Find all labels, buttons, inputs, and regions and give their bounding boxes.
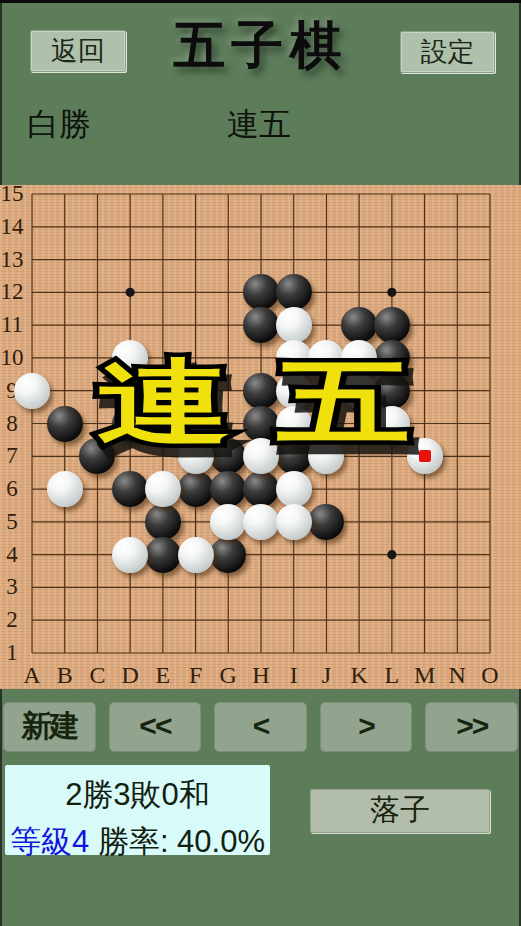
result-label: 白勝	[27, 103, 91, 147]
row-label-14: 14	[1, 214, 24, 240]
stone-black-H9	[243, 373, 279, 409]
stone-black-L11	[374, 307, 410, 343]
col-label-N: N	[449, 662, 466, 689]
stone-black-J5	[308, 504, 344, 540]
row-label-11: 11	[1, 312, 23, 338]
app-screen: 返回 五子棋 設定 白勝 連五 151413121110987654321ABC…	[0, 0, 521, 926]
winrate-value: 勝率: 40.0%	[98, 824, 265, 859]
row-label-6: 6	[6, 476, 18, 502]
place-stone-button[interactable]: 落子	[310, 789, 490, 833]
row-label-5: 5	[6, 509, 18, 535]
stone-white-J10	[308, 340, 344, 376]
result-reason-label: 連五	[227, 103, 291, 147]
stone-white-L8	[374, 406, 410, 442]
row-label-10: 10	[1, 345, 24, 371]
col-label-O: O	[481, 662, 498, 689]
settings-button[interactable]: 設定	[400, 31, 495, 73]
col-label-B: B	[57, 662, 73, 689]
row-label-4: 4	[6, 542, 18, 568]
col-label-K: K	[350, 662, 367, 689]
stone-black-D8	[112, 406, 148, 442]
col-label-G: G	[220, 662, 237, 689]
new-game-button[interactable]: 新建	[3, 702, 96, 752]
board[interactable]: 151413121110987654321ABCDEFGHIJKLMNO	[0, 185, 521, 689]
stone-white-I9	[276, 373, 312, 409]
row-label-1: 1	[6, 640, 18, 666]
stone-white-I11	[276, 307, 312, 343]
stone-black-E5	[145, 504, 181, 540]
row-label-13: 13	[1, 247, 24, 273]
col-label-M: M	[414, 662, 435, 689]
stone-black-L9	[374, 373, 410, 409]
col-label-E: E	[156, 662, 171, 689]
stone-black-L10	[374, 340, 410, 376]
stone-black-K11	[341, 307, 377, 343]
stone-black-F6	[178, 471, 214, 507]
col-label-A: A	[23, 662, 40, 689]
stone-black-H11	[243, 307, 279, 343]
stone-black-H8	[243, 406, 279, 442]
stone-white-D10	[112, 340, 148, 376]
stone-white-F7	[178, 438, 214, 474]
stone-black-H6	[243, 471, 279, 507]
stone-black-I7	[276, 438, 312, 474]
stone-black-H12	[243, 274, 279, 310]
star-point-L12	[387, 288, 396, 297]
go-first-button[interactable]: <<	[109, 702, 202, 752]
nav-row: 新建 << < > >>	[0, 702, 521, 750]
row-label-2: 2	[6, 607, 18, 633]
stone-white-G5	[210, 504, 246, 540]
status-row: 白勝 連五	[0, 103, 521, 143]
col-label-I: I	[290, 662, 298, 689]
stone-white-B6	[47, 471, 83, 507]
col-label-L: L	[385, 662, 400, 689]
stone-white-I5	[276, 504, 312, 540]
stone-white-A9	[14, 373, 50, 409]
row-label-15: 15	[1, 181, 24, 207]
star-point-L4	[387, 550, 396, 559]
stone-white-J7	[308, 438, 344, 474]
record-label: 2勝3敗0和	[5, 774, 270, 816]
stone-black-G4	[210, 537, 246, 573]
stone-white-H7	[243, 438, 279, 474]
stats-panel: 2勝3敗0和 等級4 勝率: 40.0%	[5, 765, 270, 855]
col-label-F: F	[189, 662, 202, 689]
stone-black-E4	[145, 537, 181, 573]
row-label-3: 3	[6, 574, 18, 600]
stone-white-E6	[145, 471, 181, 507]
go-next-button[interactable]: >	[320, 702, 413, 752]
stone-black-G7	[210, 438, 246, 474]
go-last-button[interactable]: >>	[425, 702, 518, 752]
col-label-D: D	[121, 662, 138, 689]
row-label-7: 7	[6, 443, 18, 469]
stone-white-F4	[178, 537, 214, 573]
stone-white-I10	[276, 340, 312, 376]
stone-black-D6	[112, 471, 148, 507]
stone-black-B8	[47, 406, 83, 442]
col-label-J: J	[322, 662, 331, 689]
rank-label: 等級4	[10, 824, 89, 859]
stone-white-M7	[407, 438, 443, 474]
stone-white-D4	[112, 537, 148, 573]
stone-white-I6	[276, 471, 312, 507]
stone-white-H5	[243, 504, 279, 540]
star-point-D12	[126, 288, 135, 297]
row-label-8: 8	[6, 411, 18, 437]
stone-white-K10	[341, 340, 377, 376]
last-move-marker	[419, 450, 431, 462]
col-label-H: H	[252, 662, 269, 689]
col-label-C: C	[89, 662, 105, 689]
go-prev-button[interactable]: <	[214, 702, 307, 752]
stone-black-C7	[79, 438, 115, 474]
stone-black-G6	[210, 471, 246, 507]
stone-black-I12	[276, 274, 312, 310]
row-label-12: 12	[1, 279, 24, 305]
stone-white-I8	[276, 406, 312, 442]
stone-white-K9	[341, 373, 377, 409]
